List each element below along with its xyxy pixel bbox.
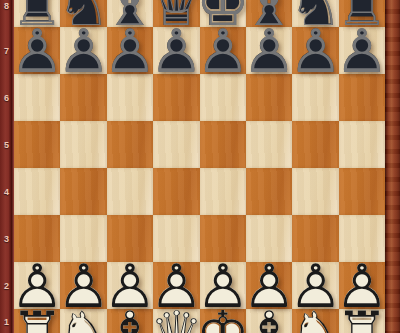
black-pawn[interactable]: ♟♙: [246, 27, 292, 74]
rank-label-8: 8: [0, 1, 13, 11]
square-d1[interactable]: ♛♕: [153, 309, 199, 333]
white-knight[interactable]: ♞♘: [60, 309, 106, 333]
square-e7[interactable]: ♟♙: [200, 27, 246, 74]
rank-label-4: 4: [0, 187, 13, 197]
square-f1[interactable]: ♝♗: [246, 309, 292, 333]
black-pawn[interactable]: ♟♙: [200, 27, 246, 74]
square-c1[interactable]: ♝♗: [107, 309, 153, 333]
black-pawn[interactable]: ♟♙: [14, 27, 60, 74]
white-king[interactable]: ♚♔: [200, 309, 246, 333]
black-pawn-outline-icon: ♙: [339, 27, 385, 74]
white-rook[interactable]: ♜♖: [339, 309, 385, 333]
black-pawn[interactable]: ♟♙: [292, 27, 338, 74]
rank-label-6: 6: [0, 93, 13, 103]
square-h4[interactable]: [339, 168, 385, 215]
white-bishop[interactable]: ♝♗: [107, 309, 153, 333]
white-bishop-outline-icon: ♗: [246, 309, 292, 333]
black-pawn-outline-icon: ♙: [246, 27, 292, 74]
black-pawn-outline-icon: ♙: [14, 27, 60, 74]
white-knight-outline-icon: ♘: [60, 309, 106, 333]
white-rook[interactable]: ♜♖: [14, 309, 60, 333]
board-right-border: [385, 0, 400, 333]
white-bishop-outline-icon: ♗: [107, 309, 153, 333]
rank-label-1: 1: [0, 317, 13, 327]
white-queen[interactable]: ♛♕: [153, 309, 199, 333]
square-e1[interactable]: ♚♔: [200, 309, 246, 333]
white-king-outline-icon: ♔: [200, 309, 246, 333]
square-e4[interactable]: [200, 168, 246, 215]
black-pawn-outline-icon: ♙: [107, 27, 153, 74]
square-h7[interactable]: ♟♙: [339, 27, 385, 74]
square-a4[interactable]: [14, 168, 60, 215]
square-f5[interactable]: [246, 121, 292, 168]
black-pawn[interactable]: ♟♙: [339, 27, 385, 74]
rank-label-strip: 87654321: [0, 0, 14, 333]
rank-label-7: 7: [0, 46, 13, 56]
square-d5[interactable]: [153, 121, 199, 168]
chess-board-screen: 87654321 ♜♖♞♘♝♗♛♕♚♔♝♗♞♘♜♖♟♙♟♙♟♙♟♙♟♙♟♙♟♙♟…: [0, 0, 400, 333]
rank-label-3: 3: [0, 234, 13, 244]
square-e5[interactable]: [200, 121, 246, 168]
square-h5[interactable]: [339, 121, 385, 168]
square-h1[interactable]: ♜♖: [339, 309, 385, 333]
square-c7[interactable]: ♟♙: [107, 27, 153, 74]
square-a7[interactable]: ♟♙: [14, 27, 60, 74]
black-pawn-outline-icon: ♙: [60, 27, 106, 74]
rank-label-2: 2: [0, 281, 13, 291]
white-rook-outline-icon: ♖: [14, 309, 60, 333]
square-b5[interactable]: [60, 121, 106, 168]
black-pawn[interactable]: ♟♙: [60, 27, 106, 74]
square-g1[interactable]: ♞♘: [292, 309, 338, 333]
square-a1[interactable]: ♜♖: [14, 309, 60, 333]
black-pawn-outline-icon: ♙: [292, 27, 338, 74]
black-pawn-outline-icon: ♙: [153, 27, 199, 74]
square-d4[interactable]: [153, 168, 199, 215]
square-c5[interactable]: [107, 121, 153, 168]
white-queen-outline-icon: ♕: [153, 309, 199, 333]
white-bishop[interactable]: ♝♗: [246, 309, 292, 333]
square-b1[interactable]: ♞♘: [60, 309, 106, 333]
square-f4[interactable]: [246, 168, 292, 215]
square-c4[interactable]: [107, 168, 153, 215]
white-knight[interactable]: ♞♘: [292, 309, 338, 333]
chess-board[interactable]: ♜♖♞♘♝♗♛♕♚♔♝♗♞♘♜♖♟♙♟♙♟♙♟♙♟♙♟♙♟♙♟♙♟♙♟♙♟♙♟♙…: [14, 0, 385, 333]
rank-label-5: 5: [0, 140, 13, 150]
square-b4[interactable]: [60, 168, 106, 215]
square-a5[interactable]: [14, 121, 60, 168]
square-g7[interactable]: ♟♙: [292, 27, 338, 74]
black-pawn[interactable]: ♟♙: [107, 27, 153, 74]
square-d7[interactable]: ♟♙: [153, 27, 199, 74]
black-pawn-outline-icon: ♙: [200, 27, 246, 74]
black-pawn[interactable]: ♟♙: [153, 27, 199, 74]
square-g5[interactable]: [292, 121, 338, 168]
white-knight-outline-icon: ♘: [292, 309, 338, 333]
white-rook-outline-icon: ♖: [339, 309, 385, 333]
square-b7[interactable]: ♟♙: [60, 27, 106, 74]
square-g4[interactable]: [292, 168, 338, 215]
square-f7[interactable]: ♟♙: [246, 27, 292, 74]
